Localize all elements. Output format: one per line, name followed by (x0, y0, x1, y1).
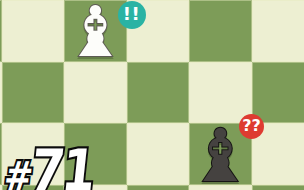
board-square[interactable] (127, 62, 189, 124)
blunder-badge-text: ?? (242, 116, 261, 135)
episode-label: #71 (2, 142, 96, 190)
board-square[interactable] (252, 185, 304, 190)
board-square[interactable] (2, 62, 64, 124)
board-square[interactable] (252, 62, 304, 124)
board-square[interactable] (2, 0, 64, 62)
board-square[interactable] (127, 185, 189, 190)
brilliant-move-badge: !! (118, 1, 146, 29)
episode-number: 71 (28, 137, 97, 190)
white-bishop-piece[interactable]: ♝ (64, 0, 126, 62)
episode-hash: # (2, 153, 33, 190)
board-square[interactable] (189, 0, 251, 62)
puzzle-thumbnail: ♝ ♝ !! ?? #71 (0, 0, 304, 190)
white-bishop-glyph: ♝ (64, 0, 127, 67)
board-square[interactable] (127, 123, 189, 185)
blunder-move-badge: ?? (239, 114, 264, 139)
brilliant-badge-text: !! (123, 3, 140, 24)
board-square[interactable] (252, 0, 304, 62)
